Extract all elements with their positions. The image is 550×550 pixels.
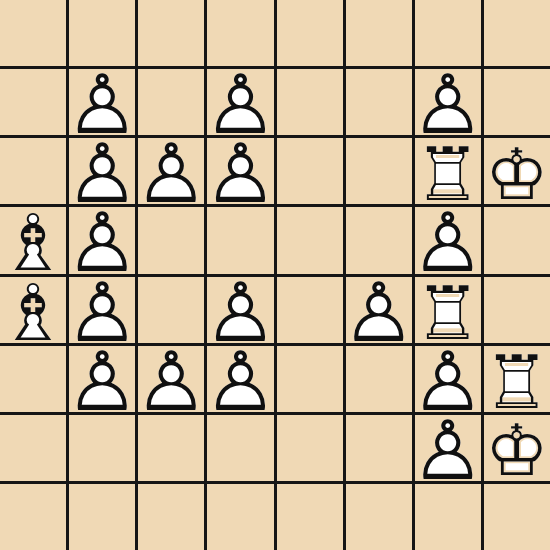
white-bishop-fill-glyph: ♝ [0,280,66,346]
white-pawn-fill-glyph: ♟ [69,210,135,276]
white-pawn-fill-glyph: ♟ [207,141,273,207]
square-r2c2[interactable]: ♟♙ [69,69,135,135]
white-pawn-fill-glyph: ♟ [69,141,135,207]
square-r5c4[interactable]: ♟♙ [207,277,273,343]
white-pawn-outline-glyph: ♙ [69,141,135,207]
white-king-outline-glyph: ♔ [484,141,550,207]
white-pawn-piece[interactable]: ♟♙ [415,69,481,135]
square-r4c4[interactable] [207,207,273,273]
square-r4c2[interactable]: ♟♙ [69,207,135,273]
white-pawn-outline-glyph: ♙ [415,210,481,276]
white-pawn-piece[interactable]: ♟♙ [346,277,412,343]
square-r2c5[interactable] [277,69,343,135]
white-king-fill-glyph: ♚ [484,418,550,484]
chess-board: ♟♙♟♙♟♙♟♙♟♙♟♙♜♖♚♔♝♗♟♙♟♙♝♗♟♙♟♙♟♙♜♖♟♙♟♙♟♙♟♙… [0,0,550,550]
white-king-outline-glyph: ♔ [484,418,550,484]
square-r1c5[interactable] [277,0,343,66]
white-pawn-fill-glyph: ♟ [207,349,273,415]
square-r4c5[interactable] [277,207,343,273]
square-r2c1[interactable] [0,69,66,135]
square-r1c7[interactable] [415,0,481,66]
white-bishop-fill-glyph: ♝ [0,210,66,276]
square-r8c5[interactable] [277,484,343,550]
square-r6c3[interactable]: ♟♙ [138,346,204,412]
white-pawn-fill-glyph: ♟ [346,280,412,346]
white-pawn-fill-glyph: ♟ [138,349,204,415]
white-pawn-piece[interactable]: ♟♙ [415,207,481,273]
square-r4c7[interactable]: ♟♙ [415,207,481,273]
white-pawn-outline-glyph: ♙ [69,72,135,138]
square-r4c3[interactable] [138,207,204,273]
square-r7c5[interactable] [277,415,343,481]
white-rook-fill-glyph: ♜ [484,349,550,415]
square-r1c3[interactable] [138,0,204,66]
white-rook-fill-glyph: ♜ [415,141,481,207]
white-bishop-piece[interactable]: ♝♗ [0,277,66,343]
square-r8c1[interactable] [0,484,66,550]
square-r2c4[interactable]: ♟♙ [207,69,273,135]
square-r7c6[interactable] [346,415,412,481]
square-r3c8[interactable]: ♚♔ [484,138,550,204]
white-bishop-outline-glyph: ♗ [0,210,66,276]
white-pawn-piece[interactable]: ♟♙ [69,346,135,412]
white-pawn-piece[interactable]: ♟♙ [415,415,481,481]
white-king-fill-glyph: ♚ [484,141,550,207]
white-bishop-piece[interactable]: ♝♗ [0,207,66,273]
square-r6c2[interactable]: ♟♙ [69,346,135,412]
white-rook-piece[interactable]: ♜♖ [415,277,481,343]
square-r8c7[interactable] [415,484,481,550]
white-pawn-piece[interactable]: ♟♙ [138,346,204,412]
square-r6c6[interactable] [346,346,412,412]
white-rook-outline-glyph: ♖ [415,141,481,207]
square-r3c3[interactable]: ♟♙ [138,138,204,204]
white-pawn-outline-glyph: ♙ [207,72,273,138]
square-r6c5[interactable] [277,346,343,412]
white-rook-piece[interactable]: ♜♖ [484,346,550,412]
white-rook-fill-glyph: ♜ [415,280,481,346]
square-r4c1[interactable]: ♝♗ [0,207,66,273]
white-pawn-fill-glyph: ♟ [138,141,204,207]
white-king-piece[interactable]: ♚♔ [484,138,550,204]
square-r8c3[interactable] [138,484,204,550]
white-pawn-fill-glyph: ♟ [207,72,273,138]
white-pawn-outline-glyph: ♙ [69,280,135,346]
square-r7c7[interactable]: ♟♙ [415,415,481,481]
square-r2c7[interactable]: ♟♙ [415,69,481,135]
white-pawn-fill-glyph: ♟ [207,280,273,346]
square-r2c3[interactable] [138,69,204,135]
white-pawn-fill-glyph: ♟ [415,210,481,276]
white-pawn-fill-glyph: ♟ [69,72,135,138]
square-r7c3[interactable] [138,415,204,481]
square-r4c6[interactable] [346,207,412,273]
white-pawn-piece[interactable]: ♟♙ [69,277,135,343]
square-r5c3[interactable] [138,277,204,343]
square-r2c8[interactable] [484,69,550,135]
square-r7c4[interactable] [207,415,273,481]
white-pawn-outline-glyph: ♙ [207,349,273,415]
white-pawn-outline-glyph: ♙ [138,141,204,207]
white-pawn-outline-glyph: ♙ [207,141,273,207]
square-r7c8[interactable]: ♚♔ [484,415,550,481]
white-pawn-piece[interactable]: ♟♙ [207,69,273,135]
square-r1c1[interactable] [0,0,66,66]
white-rook-outline-glyph: ♖ [415,280,481,346]
white-pawn-fill-glyph: ♟ [69,280,135,346]
white-pawn-piece[interactable]: ♟♙ [207,346,273,412]
square-r3c5[interactable] [277,138,343,204]
square-r8c8[interactable] [484,484,550,550]
white-pawn-fill-glyph: ♟ [415,349,481,415]
square-r5c1[interactable]: ♝♗ [0,277,66,343]
square-r3c6[interactable] [346,138,412,204]
white-pawn-piece[interactable]: ♟♙ [69,69,135,135]
square-r6c8[interactable]: ♜♖ [484,346,550,412]
square-r2c6[interactable] [346,69,412,135]
square-r8c2[interactable] [69,484,135,550]
white-pawn-outline-glyph: ♙ [415,349,481,415]
square-r1c6[interactable] [346,0,412,66]
square-r5c2[interactable]: ♟♙ [69,277,135,343]
square-r5c8[interactable] [484,277,550,343]
square-r7c1[interactable] [0,415,66,481]
white-pawn-piece[interactable]: ♟♙ [69,207,135,273]
white-pawn-piece[interactable]: ♟♙ [138,138,204,204]
white-pawn-outline-glyph: ♙ [207,280,273,346]
white-pawn-fill-glyph: ♟ [415,72,481,138]
square-r3c1[interactable] [0,138,66,204]
white-king-piece[interactable]: ♚♔ [484,415,550,481]
square-r5c6[interactable]: ♟♙ [346,277,412,343]
square-r1c8[interactable] [484,0,550,66]
white-pawn-fill-glyph: ♟ [415,418,481,484]
white-pawn-piece[interactable]: ♟♙ [207,277,273,343]
square-r1c4[interactable] [207,0,273,66]
white-bishop-outline-glyph: ♗ [0,280,66,346]
square-r5c7[interactable]: ♜♖ [415,277,481,343]
square-r3c4[interactable]: ♟♙ [207,138,273,204]
square-r6c1[interactable] [0,346,66,412]
white-pawn-outline-glyph: ♙ [69,210,135,276]
white-rook-outline-glyph: ♖ [484,349,550,415]
square-r8c4[interactable] [207,484,273,550]
white-pawn-outline-glyph: ♙ [138,349,204,415]
square-r6c7[interactable]: ♟♙ [415,346,481,412]
white-pawn-fill-glyph: ♟ [69,349,135,415]
square-r4c8[interactable] [484,207,550,273]
square-r7c2[interactable] [69,415,135,481]
square-r6c4[interactable]: ♟♙ [207,346,273,412]
white-pawn-outline-glyph: ♙ [346,280,412,346]
white-pawn-piece[interactable]: ♟♙ [415,346,481,412]
square-r3c7[interactable]: ♜♖ [415,138,481,204]
white-pawn-piece[interactable]: ♟♙ [69,138,135,204]
square-r8c6[interactable] [346,484,412,550]
white-pawn-outline-glyph: ♙ [69,349,135,415]
white-rook-piece[interactable]: ♜♖ [415,138,481,204]
white-pawn-outline-glyph: ♙ [415,72,481,138]
square-r5c5[interactable] [277,277,343,343]
white-pawn-piece[interactable]: ♟♙ [207,138,273,204]
square-r3c2[interactable]: ♟♙ [69,138,135,204]
white-pawn-outline-glyph: ♙ [415,418,481,484]
square-r1c2[interactable] [69,0,135,66]
